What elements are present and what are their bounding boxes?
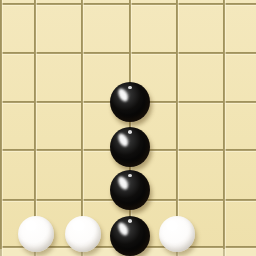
game-screenshot [0, 0, 256, 256]
gomoku-board[interactable] [0, 0, 256, 256]
white-stone-r5c1 [18, 216, 54, 252]
black-stone-r5c3 [110, 216, 150, 256]
white-stone-r5c4 [159, 216, 195, 252]
black-stone-r2c3 [110, 82, 150, 122]
grid-line-vertical-5 [223, 0, 225, 256]
black-stone-r3c3 [110, 127, 150, 167]
grid-line-vertical-0 [0, 0, 2, 256]
white-stone-r5c2 [65, 216, 101, 252]
black-stone-r4c3 [110, 170, 150, 210]
